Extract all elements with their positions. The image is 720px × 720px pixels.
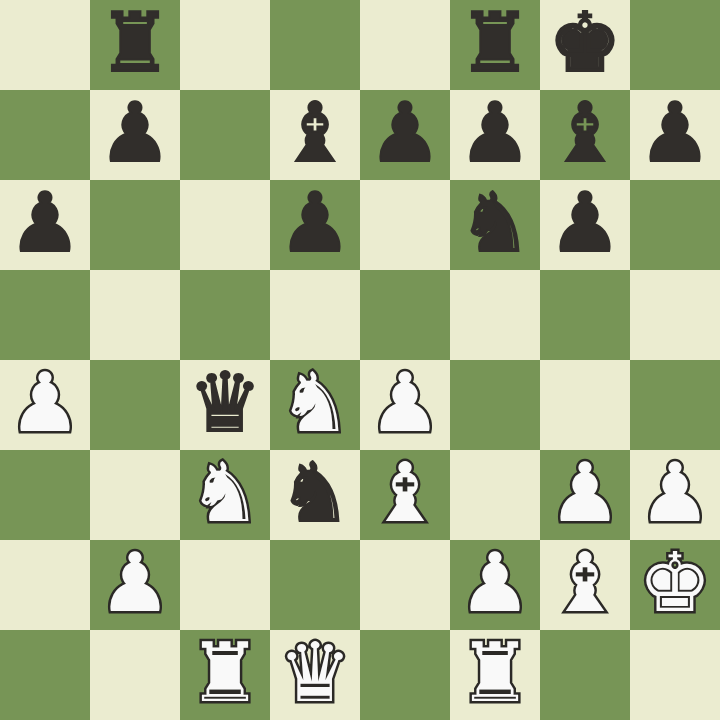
square-e3[interactable]: ♝ bbox=[360, 450, 450, 540]
square-d8[interactable] bbox=[270, 0, 360, 90]
white-king[interactable]: ♚ bbox=[638, 542, 712, 624]
white-pawn[interactable]: ♟ bbox=[8, 362, 82, 444]
square-d5[interactable] bbox=[270, 270, 360, 360]
square-e2[interactable] bbox=[360, 540, 450, 630]
square-f2[interactable]: ♟ bbox=[450, 540, 540, 630]
square-c4[interactable]: ♛ bbox=[180, 360, 270, 450]
square-b1[interactable] bbox=[90, 630, 180, 720]
black-pawn[interactable]: ♟ bbox=[368, 92, 442, 174]
square-g2[interactable]: ♝ bbox=[540, 540, 630, 630]
white-rook[interactable]: ♜ bbox=[458, 632, 532, 714]
square-f8[interactable]: ♜ bbox=[450, 0, 540, 90]
square-a6[interactable]: ♟ bbox=[0, 180, 90, 270]
square-b6[interactable] bbox=[90, 180, 180, 270]
square-a4[interactable]: ♟ bbox=[0, 360, 90, 450]
square-g7[interactable]: ♝ bbox=[540, 90, 630, 180]
white-bishop[interactable]: ♝ bbox=[548, 542, 622, 624]
square-f1[interactable]: ♜ bbox=[450, 630, 540, 720]
square-g3[interactable]: ♟ bbox=[540, 450, 630, 540]
square-e4[interactable]: ♟ bbox=[360, 360, 450, 450]
square-h8[interactable] bbox=[630, 0, 720, 90]
square-c3[interactable]: ♞ bbox=[180, 450, 270, 540]
black-bishop[interactable]: ♝ bbox=[548, 92, 622, 174]
chess-board: ♜♜♚♟♝♟♟♝♟♟♟♞♟♟♛♞♟♞♞♝♟♟♟♟♝♚♜♛♜ bbox=[0, 0, 720, 720]
white-knight[interactable]: ♞ bbox=[278, 362, 352, 444]
square-h3[interactable]: ♟ bbox=[630, 450, 720, 540]
square-g6[interactable]: ♟ bbox=[540, 180, 630, 270]
square-f7[interactable]: ♟ bbox=[450, 90, 540, 180]
square-d6[interactable]: ♟ bbox=[270, 180, 360, 270]
white-pawn[interactable]: ♟ bbox=[458, 542, 532, 624]
square-f4[interactable] bbox=[450, 360, 540, 450]
square-b2[interactable]: ♟ bbox=[90, 540, 180, 630]
square-b4[interactable] bbox=[90, 360, 180, 450]
square-c7[interactable] bbox=[180, 90, 270, 180]
square-d3[interactable]: ♞ bbox=[270, 450, 360, 540]
square-c8[interactable] bbox=[180, 0, 270, 90]
square-a1[interactable] bbox=[0, 630, 90, 720]
square-g1[interactable] bbox=[540, 630, 630, 720]
square-a2[interactable] bbox=[0, 540, 90, 630]
square-h1[interactable] bbox=[630, 630, 720, 720]
black-bishop[interactable]: ♝ bbox=[278, 92, 352, 174]
square-b7[interactable]: ♟ bbox=[90, 90, 180, 180]
black-queen[interactable]: ♛ bbox=[188, 362, 262, 444]
square-e6[interactable] bbox=[360, 180, 450, 270]
square-e5[interactable] bbox=[360, 270, 450, 360]
square-d1[interactable]: ♛ bbox=[270, 630, 360, 720]
square-b5[interactable] bbox=[90, 270, 180, 360]
square-h2[interactable]: ♚ bbox=[630, 540, 720, 630]
square-d2[interactable] bbox=[270, 540, 360, 630]
square-f6[interactable]: ♞ bbox=[450, 180, 540, 270]
square-d4[interactable]: ♞ bbox=[270, 360, 360, 450]
square-c2[interactable] bbox=[180, 540, 270, 630]
square-f5[interactable] bbox=[450, 270, 540, 360]
square-h4[interactable] bbox=[630, 360, 720, 450]
square-g5[interactable] bbox=[540, 270, 630, 360]
square-c1[interactable]: ♜ bbox=[180, 630, 270, 720]
square-a5[interactable] bbox=[0, 270, 90, 360]
square-c6[interactable] bbox=[180, 180, 270, 270]
black-knight[interactable]: ♞ bbox=[458, 182, 532, 264]
white-bishop[interactable]: ♝ bbox=[368, 452, 442, 534]
black-pawn[interactable]: ♟ bbox=[278, 182, 352, 264]
white-pawn[interactable]: ♟ bbox=[368, 362, 442, 444]
square-f3[interactable] bbox=[450, 450, 540, 540]
black-king[interactable]: ♚ bbox=[548, 2, 622, 84]
white-rook[interactable]: ♜ bbox=[188, 632, 262, 714]
black-rook[interactable]: ♜ bbox=[98, 2, 172, 84]
black-pawn[interactable]: ♟ bbox=[548, 182, 622, 264]
black-knight[interactable]: ♞ bbox=[278, 452, 352, 534]
square-e7[interactable]: ♟ bbox=[360, 90, 450, 180]
white-pawn[interactable]: ♟ bbox=[548, 452, 622, 534]
white-pawn[interactable]: ♟ bbox=[638, 452, 712, 534]
white-queen[interactable]: ♛ bbox=[278, 632, 352, 714]
black-rook[interactable]: ♜ bbox=[458, 2, 532, 84]
square-e1[interactable] bbox=[360, 630, 450, 720]
black-pawn[interactable]: ♟ bbox=[98, 92, 172, 174]
square-g4[interactable] bbox=[540, 360, 630, 450]
square-e8[interactable] bbox=[360, 0, 450, 90]
square-h5[interactable] bbox=[630, 270, 720, 360]
square-a7[interactable] bbox=[0, 90, 90, 180]
black-pawn[interactable]: ♟ bbox=[458, 92, 532, 174]
black-pawn[interactable]: ♟ bbox=[638, 92, 712, 174]
square-g8[interactable]: ♚ bbox=[540, 0, 630, 90]
square-h7[interactable]: ♟ bbox=[630, 90, 720, 180]
black-pawn[interactable]: ♟ bbox=[8, 182, 82, 264]
square-a8[interactable] bbox=[0, 0, 90, 90]
square-b8[interactable]: ♜ bbox=[90, 0, 180, 90]
square-d7[interactable]: ♝ bbox=[270, 90, 360, 180]
square-h6[interactable] bbox=[630, 180, 720, 270]
white-knight[interactable]: ♞ bbox=[188, 452, 262, 534]
square-b3[interactable] bbox=[90, 450, 180, 540]
square-c5[interactable] bbox=[180, 270, 270, 360]
white-pawn[interactable]: ♟ bbox=[98, 542, 172, 624]
square-a3[interactable] bbox=[0, 450, 90, 540]
